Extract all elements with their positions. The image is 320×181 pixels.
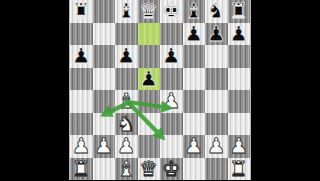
square-d1: ♛ bbox=[138, 158, 161, 181]
square-h5 bbox=[228, 68, 251, 91]
piece-white-pawn: ♟ bbox=[184, 135, 203, 158]
piece-black-rook: ♜ bbox=[229, 0, 248, 23]
piece-white-pawn: ♟ bbox=[229, 135, 248, 158]
square-c4: ♝ bbox=[115, 90, 138, 113]
square-a1: ♜ bbox=[70, 158, 93, 181]
square-h3 bbox=[228, 113, 251, 136]
square-g6 bbox=[205, 45, 228, 68]
square-b7 bbox=[93, 23, 116, 46]
square-b4 bbox=[93, 90, 116, 113]
piece-black-pawn: ♟ bbox=[229, 23, 248, 46]
letterbox-right bbox=[250, 0, 320, 180]
square-h7: ♟ bbox=[228, 23, 251, 46]
square-f2: ♟ bbox=[183, 135, 206, 158]
piece-black-knight: ♞ bbox=[207, 0, 226, 23]
square-g1 bbox=[205, 158, 228, 181]
square-d2 bbox=[138, 135, 161, 158]
piece-black-queen: ♛ bbox=[139, 0, 158, 23]
square-c6: ♟ bbox=[115, 45, 138, 68]
piece-black-rook: ♜ bbox=[72, 0, 91, 23]
square-e7 bbox=[160, 23, 183, 46]
square-e1: ♚ bbox=[160, 158, 183, 181]
square-a4 bbox=[70, 90, 93, 113]
square-b8 bbox=[93, 0, 116, 23]
square-g8: ♞ bbox=[205, 0, 228, 23]
video-frame: ♜♝♛♚♝♞♜♟♟♟♟♟♟♟♝♟♞♟♟♟♟♟♟♜♝♛♚♜ bbox=[0, 0, 320, 180]
piece-black-pawn: ♟ bbox=[72, 45, 91, 68]
square-e6: ♟ bbox=[160, 45, 183, 68]
piece-white-king: ♚ bbox=[162, 158, 181, 181]
square-h2: ♟ bbox=[228, 135, 251, 158]
square-h1: ♜ bbox=[228, 158, 251, 181]
square-c2: ♟ bbox=[115, 135, 138, 158]
square-a3 bbox=[70, 113, 93, 136]
square-e8: ♚ bbox=[160, 0, 183, 23]
square-g5 bbox=[205, 68, 228, 91]
square-d7 bbox=[138, 23, 161, 46]
square-b1 bbox=[93, 158, 116, 181]
square-b2: ♟ bbox=[93, 135, 116, 158]
square-f5 bbox=[183, 68, 206, 91]
piece-black-bishop: ♝ bbox=[184, 0, 203, 23]
square-c5 bbox=[115, 68, 138, 91]
piece-black-king: ♚ bbox=[162, 0, 181, 23]
piece-black-pawn: ♟ bbox=[184, 23, 203, 46]
square-f1 bbox=[183, 158, 206, 181]
square-h8: ♜ bbox=[228, 0, 251, 23]
chess-board: ♜♝♛♚♝♞♜♟♟♟♟♟♟♟♝♟♞♟♟♟♟♟♟♜♝♛♚♜ bbox=[70, 0, 250, 180]
square-c8: ♝ bbox=[115, 0, 138, 23]
square-h4 bbox=[228, 90, 251, 113]
square-a8: ♜ bbox=[70, 0, 93, 23]
square-a2: ♟ bbox=[70, 135, 93, 158]
square-g2: ♟ bbox=[205, 135, 228, 158]
square-f8: ♝ bbox=[183, 0, 206, 23]
piece-white-pawn: ♟ bbox=[72, 135, 91, 158]
piece-white-bishop: ♝ bbox=[117, 90, 136, 113]
piece-black-bishop: ♝ bbox=[117, 0, 136, 23]
square-e3 bbox=[160, 113, 183, 136]
square-c1: ♝ bbox=[115, 158, 138, 181]
piece-white-bishop: ♝ bbox=[117, 158, 136, 181]
square-d5: ♟ bbox=[138, 68, 161, 91]
square-d6 bbox=[138, 45, 161, 68]
square-a5 bbox=[70, 68, 93, 91]
square-a6: ♟ bbox=[70, 45, 93, 68]
square-f3 bbox=[183, 113, 206, 136]
piece-white-pawn: ♟ bbox=[94, 135, 113, 158]
piece-black-pawn: ♟ bbox=[117, 45, 136, 68]
square-f7: ♟ bbox=[183, 23, 206, 46]
piece-white-rook: ♜ bbox=[72, 158, 91, 181]
square-f6 bbox=[183, 45, 206, 68]
square-c3: ♞ bbox=[115, 113, 138, 136]
square-c7 bbox=[115, 23, 138, 46]
piece-black-pawn: ♟ bbox=[207, 23, 226, 46]
square-g3 bbox=[205, 113, 228, 136]
square-h6 bbox=[228, 45, 251, 68]
piece-black-pawn: ♟ bbox=[162, 45, 181, 68]
square-g7: ♟ bbox=[205, 23, 228, 46]
square-d8: ♛ bbox=[138, 0, 161, 23]
square-d3 bbox=[138, 113, 161, 136]
square-a7 bbox=[70, 23, 93, 46]
square-b6 bbox=[93, 45, 116, 68]
square-e4: ♟ bbox=[160, 90, 183, 113]
piece-black-pawn: ♟ bbox=[139, 68, 158, 91]
square-g4 bbox=[205, 90, 228, 113]
piece-white-knight: ♞ bbox=[117, 113, 136, 136]
square-d4 bbox=[138, 90, 161, 113]
square-b5 bbox=[93, 68, 116, 91]
square-e5 bbox=[160, 68, 183, 91]
square-f4 bbox=[183, 90, 206, 113]
square-b3 bbox=[93, 113, 116, 136]
piece-white-pawn: ♟ bbox=[207, 135, 226, 158]
piece-white-pawn: ♟ bbox=[162, 90, 181, 113]
letterbox-left bbox=[0, 0, 70, 180]
piece-white-queen: ♛ bbox=[139, 158, 158, 181]
piece-white-pawn: ♟ bbox=[117, 135, 136, 158]
square-e2 bbox=[160, 135, 183, 158]
piece-white-rook: ♜ bbox=[229, 158, 248, 181]
